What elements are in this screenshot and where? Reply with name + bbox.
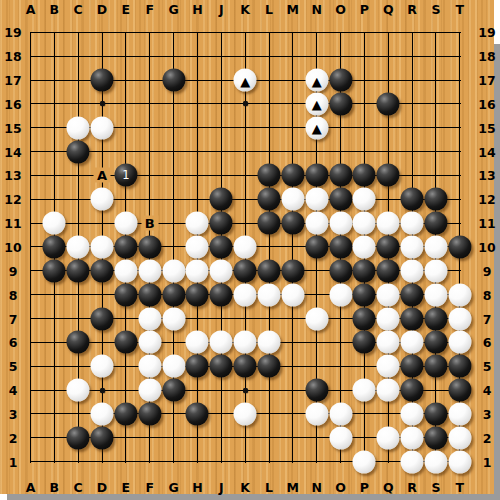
white-stone-J6[interactable] (210, 331, 233, 354)
coord-label-right: 11 (478, 216, 495, 231)
coord-label-right: 7 (483, 311, 492, 326)
black-stone-S5[interactable] (424, 355, 447, 378)
black-stone-J11[interactable] (210, 212, 233, 235)
black-stone-G17[interactable] (162, 69, 185, 92)
white-stone-N7[interactable] (305, 307, 328, 330)
white-stone-K3[interactable] (234, 402, 257, 425)
coord-label-top: P (360, 2, 369, 17)
black-stone-R12[interactable] (401, 188, 424, 211)
black-stone-S11[interactable] (424, 212, 447, 235)
black-stone-H3[interactable] (186, 402, 209, 425)
coord-label-bottom: Q (383, 480, 394, 495)
grid-line-vertical (269, 32, 270, 462)
white-stone-R1[interactable] (401, 450, 424, 473)
star-point (243, 101, 248, 106)
white-stone-O8[interactable] (329, 283, 352, 306)
white-stone-Q4[interactable] (377, 379, 400, 402)
black-stone-J12[interactable] (210, 188, 233, 211)
white-stone-P10[interactable] (353, 235, 376, 258)
white-stone-P4[interactable] (353, 379, 376, 402)
point-letter-label: B (145, 217, 155, 230)
black-stone-L12[interactable] (258, 188, 281, 211)
coord-label-right: 4 (483, 383, 492, 398)
coord-label-top: F (145, 2, 154, 17)
white-stone-R10[interactable] (401, 235, 424, 258)
coord-label-right: 3 (483, 406, 492, 421)
black-stone-J8[interactable] (210, 283, 233, 306)
white-stone-C4[interactable] (67, 379, 90, 402)
coord-label-left: 14 (4, 144, 21, 159)
white-stone-E9[interactable] (114, 259, 137, 282)
white-stone-H10[interactable] (186, 235, 209, 258)
coord-label-top: T (456, 2, 465, 17)
black-stone-F3[interactable] (138, 402, 161, 425)
black-stone-C6[interactable] (67, 331, 90, 354)
white-stone-N17[interactable] (305, 69, 328, 92)
black-stone-H5[interactable] (186, 355, 209, 378)
white-stone-D12[interactable] (91, 188, 114, 211)
black-stone-S2[interactable] (424, 426, 447, 449)
black-stone-L5[interactable] (258, 355, 281, 378)
coord-label-right: 16 (478, 96, 495, 111)
white-stone-Q2[interactable] (377, 426, 400, 449)
black-stone-M9[interactable] (281, 259, 304, 282)
white-stone-Q11[interactable] (377, 212, 400, 235)
grid-line-vertical (292, 32, 293, 462)
black-stone-C9[interactable] (67, 259, 90, 282)
black-stone-P9[interactable] (353, 259, 376, 282)
coord-label-top: K (240, 2, 250, 17)
coord-label-left: 11 (4, 216, 21, 231)
black-stone-H8[interactable] (186, 283, 209, 306)
white-stone-O2[interactable] (329, 426, 352, 449)
white-stone-C15[interactable] (67, 116, 90, 139)
coord-label-top: S (431, 2, 440, 17)
coord-label-bottom: R (407, 480, 417, 495)
coord-label-top: M (287, 2, 299, 17)
star-point (243, 388, 248, 393)
black-stone-D9[interactable] (91, 259, 114, 282)
black-stone-T10[interactable] (448, 235, 471, 258)
white-stone-K6[interactable] (234, 331, 257, 354)
white-stone-D5[interactable] (91, 355, 114, 378)
coord-label-left: 2 (9, 430, 18, 445)
coord-label-right: 14 (478, 144, 495, 159)
coord-label-right: 12 (478, 192, 495, 207)
black-stone-R5[interactable] (401, 355, 424, 378)
black-stone-N4[interactable] (305, 379, 328, 402)
black-stone-R7[interactable] (401, 307, 424, 330)
coord-label-bottom: K (240, 480, 250, 495)
white-stone-F7[interactable] (138, 307, 161, 330)
black-stone-T4[interactable] (448, 379, 471, 402)
white-stone-S9[interactable] (424, 259, 447, 282)
coord-label-left: 19 (4, 25, 21, 40)
white-stone-N11[interactable] (305, 212, 328, 235)
coord-label-left: 4 (9, 383, 18, 398)
white-stone-E11[interactable] (114, 212, 137, 235)
coord-label-bottom: L (265, 480, 273, 495)
black-stone-D17[interactable] (91, 69, 114, 92)
white-stone-N16[interactable] (305, 92, 328, 115)
white-stone-G7[interactable] (162, 307, 185, 330)
white-stone-T7[interactable] (448, 307, 471, 330)
board-edge-shadow-right (494, 44, 500, 494)
white-stone-J9[interactable] (210, 259, 233, 282)
white-stone-K8[interactable] (234, 283, 257, 306)
white-stone-Q8[interactable] (377, 283, 400, 306)
coord-label-bottom: T (456, 480, 465, 495)
black-stone-S12[interactable] (424, 188, 447, 211)
coord-label-right: 13 (478, 168, 495, 183)
black-stone-G8[interactable] (162, 283, 185, 306)
coord-label-right: 15 (478, 120, 495, 135)
black-stone-N10[interactable] (305, 235, 328, 258)
black-stone-E3[interactable] (114, 402, 137, 425)
black-stone-O13[interactable] (329, 164, 352, 187)
black-stone-D2[interactable] (91, 426, 114, 449)
board-edge-shadow-bottom (7, 494, 500, 500)
black-stone-F8[interactable] (138, 283, 161, 306)
white-stone-P1[interactable] (353, 450, 376, 473)
coord-label-left: 12 (4, 192, 21, 207)
white-stone-N3[interactable] (305, 402, 328, 425)
white-stone-H9[interactable] (186, 259, 209, 282)
coord-label-bottom: G (168, 480, 178, 495)
black-stone-M11[interactable] (281, 212, 304, 235)
white-stone-P12[interactable] (353, 188, 376, 211)
coord-label-bottom: P (360, 480, 369, 495)
coord-label-left: 7 (9, 311, 18, 326)
coord-label-top: D (97, 2, 107, 17)
white-stone-R3[interactable] (401, 402, 424, 425)
coord-label-bottom: D (97, 480, 107, 495)
white-stone-R2[interactable] (401, 426, 424, 449)
coord-label-left: 16 (4, 96, 21, 111)
black-stone-C2[interactable] (67, 426, 90, 449)
black-stone-Q16[interactable] (377, 92, 400, 115)
white-stone-F9[interactable] (138, 259, 161, 282)
black-stone-R4[interactable] (401, 379, 424, 402)
black-stone-D7[interactable] (91, 307, 114, 330)
coord-label-left: 1 (9, 454, 18, 469)
coord-label-right: 17 (478, 73, 495, 88)
star-point (100, 101, 105, 106)
grid-line-horizontal (31, 461, 461, 462)
white-stone-Q5[interactable] (377, 355, 400, 378)
coord-label-top: E (122, 2, 131, 17)
black-stone-B10[interactable] (43, 235, 66, 258)
coord-label-top: R (407, 2, 417, 17)
star-point (100, 388, 105, 393)
black-stone-L9[interactable] (258, 259, 281, 282)
black-stone-L11[interactable] (258, 212, 281, 235)
black-stone-Q10[interactable] (377, 235, 400, 258)
coord-label-left: 8 (9, 287, 18, 302)
white-stone-T6[interactable] (448, 331, 471, 354)
coord-label-top: Q (383, 2, 394, 17)
coord-label-bottom: C (74, 480, 83, 495)
black-stone-J10[interactable] (210, 235, 233, 258)
black-stone-G4[interactable] (162, 379, 185, 402)
white-stone-R11[interactable] (401, 212, 424, 235)
coord-label-bottom: M (287, 480, 299, 495)
black-stone-O12[interactable] (329, 188, 352, 211)
coord-label-bottom: O (335, 480, 346, 495)
coord-label-left: 5 (9, 359, 18, 374)
black-stone-E13[interactable] (114, 164, 137, 187)
white-stone-N12[interactable] (305, 188, 328, 211)
black-stone-T5[interactable] (448, 355, 471, 378)
black-stone-S3[interactable] (424, 402, 447, 425)
coord-label-right: 9 (483, 263, 492, 278)
white-stone-M8[interactable] (281, 283, 304, 306)
white-stone-T8[interactable] (448, 283, 471, 306)
white-stone-H6[interactable] (186, 331, 209, 354)
white-stone-F5[interactable] (138, 355, 161, 378)
white-stone-M12[interactable] (281, 188, 304, 211)
black-stone-Q9[interactable] (377, 259, 400, 282)
white-stone-D10[interactable] (91, 235, 114, 258)
coord-label-bottom: H (192, 480, 202, 495)
coord-label-right: 5 (483, 359, 492, 374)
white-stone-G9[interactable] (162, 259, 185, 282)
black-stone-M13[interactable] (281, 164, 304, 187)
black-stone-F10[interactable] (138, 235, 161, 258)
white-stone-C10[interactable] (67, 235, 90, 258)
coord-label-bottom: N (311, 480, 321, 495)
grid-line-vertical (30, 32, 31, 462)
white-stone-S8[interactable] (424, 283, 447, 306)
grid-line-horizontal (31, 56, 461, 57)
white-stone-F6[interactable] (138, 331, 161, 354)
black-stone-Q13[interactable] (377, 164, 400, 187)
coord-label-bottom: A (26, 480, 36, 495)
white-stone-T3[interactable] (448, 402, 471, 425)
black-stone-K9[interactable] (234, 259, 257, 282)
white-stone-Q6[interactable] (377, 331, 400, 354)
black-stone-L13[interactable] (258, 164, 281, 187)
black-stone-B9[interactable] (43, 259, 66, 282)
white-stone-O11[interactable] (329, 212, 352, 235)
black-stone-O10[interactable] (329, 235, 352, 258)
white-stone-T1[interactable] (448, 450, 471, 473)
white-stone-T2[interactable] (448, 426, 471, 449)
white-stone-R9[interactable] (401, 259, 424, 282)
coord-label-top: L (265, 2, 273, 17)
white-stone-S1[interactable] (424, 450, 447, 473)
white-stone-Q7[interactable] (377, 307, 400, 330)
coord-label-top: O (335, 2, 346, 17)
black-stone-S7[interactable] (424, 307, 447, 330)
white-stone-L6[interactable] (258, 331, 281, 354)
black-stone-E8[interactable] (114, 283, 137, 306)
coord-label-top: B (50, 2, 60, 17)
coord-label-bottom: J (219, 480, 224, 495)
coord-label-top: J (219, 2, 224, 17)
white-stone-B11[interactable] (43, 212, 66, 235)
black-stone-C14[interactable] (67, 140, 90, 163)
coord-label-right: 19 (478, 25, 495, 40)
coord-label-bottom: E (122, 480, 131, 495)
coord-label-right: 1 (483, 454, 492, 469)
black-stone-K5[interactable] (234, 355, 257, 378)
coord-label-right: 2 (483, 430, 492, 445)
black-stone-O9[interactable] (329, 259, 352, 282)
coord-label-left: 18 (4, 49, 21, 64)
coord-label-top: C (74, 2, 83, 17)
grid-line-horizontal (31, 151, 461, 152)
coord-label-left: 6 (9, 335, 18, 350)
coord-label-top: A (26, 2, 36, 17)
white-stone-D15[interactable] (91, 116, 114, 139)
coord-label-left: 3 (9, 406, 18, 421)
black-stone-E10[interactable] (114, 235, 137, 258)
white-stone-H11[interactable] (186, 212, 209, 235)
black-stone-P6[interactable] (353, 331, 376, 354)
white-stone-F4[interactable] (138, 379, 161, 402)
white-stone-N15[interactable] (305, 116, 328, 139)
black-stone-S6[interactable] (424, 331, 447, 354)
coord-label-left: 15 (4, 120, 21, 135)
white-stone-O3[interactable] (329, 402, 352, 425)
black-stone-E6[interactable] (114, 331, 137, 354)
coord-label-top: H (192, 2, 202, 17)
black-stone-R8[interactable] (401, 283, 424, 306)
black-stone-J5[interactable] (210, 355, 233, 378)
coord-label-right: 10 (478, 239, 495, 254)
white-stone-K10[interactable] (234, 235, 257, 258)
white-stone-K17[interactable] (234, 69, 257, 92)
coord-label-right: 18 (478, 49, 495, 64)
white-stone-S10[interactable] (424, 235, 447, 258)
white-stone-R6[interactable] (401, 331, 424, 354)
white-stone-D3[interactable] (91, 402, 114, 425)
coord-label-left: 17 (4, 73, 21, 88)
coord-label-right: 6 (483, 335, 492, 350)
go-board-screenshot: AABBCCDDEEFFGGHHJJKKLLMMNNOOPPQQRRSSTT19… (0, 0, 500, 500)
coord-label-left: 13 (4, 168, 21, 183)
coord-label-bottom: B (50, 480, 60, 495)
coord-label-left: 10 (4, 239, 21, 254)
point-letter-label: A (97, 169, 107, 182)
white-stone-G5[interactable] (162, 355, 185, 378)
black-stone-O17[interactable] (329, 69, 352, 92)
coord-label-top: N (311, 2, 321, 17)
grid-line-horizontal (31, 32, 461, 33)
black-stone-N13[interactable] (305, 164, 328, 187)
black-stone-O16[interactable] (329, 92, 352, 115)
white-stone-L8[interactable] (258, 283, 281, 306)
coord-label-left: 9 (9, 263, 18, 278)
coord-label-top: G (168, 2, 178, 17)
coord-label-bottom: F (145, 480, 154, 495)
coord-label-right: 8 (483, 287, 492, 302)
white-stone-P11[interactable] (353, 212, 376, 235)
black-stone-P7[interactable] (353, 307, 376, 330)
coord-label-bottom: S (431, 480, 440, 495)
black-stone-P8[interactable] (353, 283, 376, 306)
black-stone-P13[interactable] (353, 164, 376, 187)
